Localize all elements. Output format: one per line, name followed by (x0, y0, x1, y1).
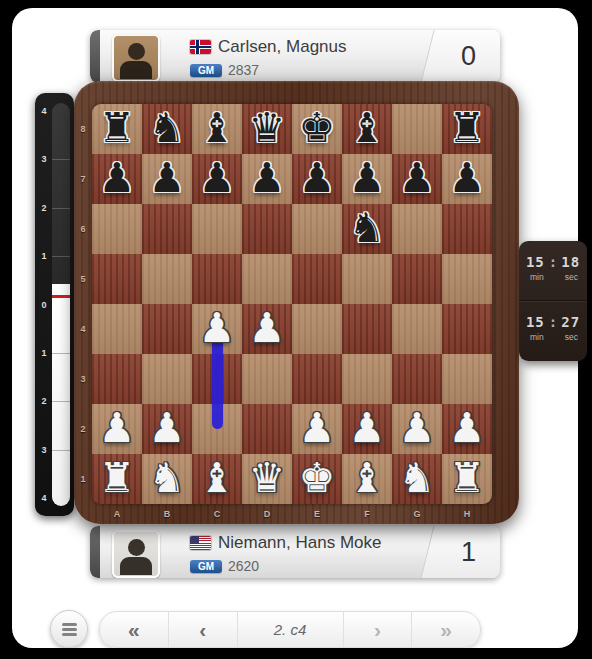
clock-top-seconds: 18 (561, 254, 580, 270)
clock-top-player: 15:18 min sec (519, 241, 587, 300)
rank-label-5: 5 (74, 254, 92, 304)
clock-colon: : (549, 254, 557, 270)
white-knight-piece[interactable]: ♞ (142, 454, 192, 504)
app-window: Carlsen, Magnus GM 2837 0 432101234 8765… (12, 8, 578, 648)
square-a2[interactable]: ♟ (92, 404, 142, 454)
hamburger-icon (62, 633, 77, 636)
file-label-d: D (242, 504, 292, 524)
square-e3[interactable] (292, 354, 342, 404)
square-h4[interactable] (442, 304, 492, 354)
player-info-top: Carlsen, Magnus GM 2837 (190, 35, 347, 80)
square-a1[interactable]: ♜ (92, 454, 142, 504)
square-a5[interactable] (92, 254, 142, 304)
norway-flag-icon (190, 40, 211, 54)
square-a3[interactable] (92, 354, 142, 404)
clock-bottom-player: 15:27 min sec (519, 300, 587, 359)
black-rook-piece[interactable]: ♜ (92, 104, 142, 154)
player-card-bottom[interactable]: Niemann, Hans Moke GM 2620 1 (90, 526, 500, 578)
white-pawn-piece[interactable]: ♟ (442, 404, 492, 454)
player-photo-bottom (112, 530, 160, 578)
black-pawn-piece[interactable]: ♟ (192, 154, 242, 204)
square-c5[interactable] (192, 254, 242, 304)
avatar-torso (120, 557, 152, 575)
rank-labels: 87654321 (74, 104, 92, 504)
black-pawn-piece[interactable]: ♟ (342, 154, 392, 204)
square-g8[interactable] (392, 104, 442, 154)
eval-tick (52, 450, 70, 451)
square-h3[interactable] (442, 354, 492, 404)
eval-scale-2: 2 (35, 203, 53, 213)
square-c8[interactable]: ♝ (192, 104, 242, 154)
square-b7[interactable]: ♟ (142, 154, 192, 204)
seconds-label: sec (565, 332, 578, 342)
white-knight-piece[interactable]: ♞ (392, 454, 442, 504)
square-d1[interactable]: ♛ (242, 454, 292, 504)
last-move-button[interactable]: » (412, 612, 480, 647)
rank-label-6: 6 (74, 204, 92, 254)
eval-scale-0: 4 (35, 106, 53, 116)
board-squares: ♜♞♝♛♚♝♜♟♟♟♟♟♟♟♟♞♟♟♟♟♟♟♟♟♜♞♝♛♚♝♞♜ (92, 104, 492, 504)
file-label-g: G (392, 504, 442, 524)
eval-scale-6: 2 (35, 396, 53, 406)
square-g1[interactable]: ♞ (392, 454, 442, 504)
square-g2[interactable]: ♟ (392, 404, 442, 454)
eval-tick (52, 401, 70, 402)
eval-tick (52, 208, 70, 209)
chess-board: 87654321 ♜♞♝♛♚♝♜♟♟♟♟♟♟♟♟♞♟♟♟♟♟♟♟♟♜♞♝♛♚♝♞… (74, 81, 519, 524)
square-d8[interactable]: ♛ (242, 104, 292, 154)
player-photo-top (112, 34, 160, 82)
square-e1[interactable]: ♚ (292, 454, 342, 504)
white-pawn-piece[interactable]: ♟ (92, 404, 142, 454)
clock-colon: : (549, 314, 557, 330)
square-h8[interactable]: ♜ (442, 104, 492, 154)
black-pawn-piece[interactable]: ♟ (142, 154, 192, 204)
black-pawn-piece[interactable]: ♟ (392, 154, 442, 204)
black-pawn-piece[interactable]: ♟ (292, 154, 342, 204)
square-b1[interactable]: ♞ (142, 454, 192, 504)
black-pawn-piece[interactable]: ♟ (242, 154, 292, 204)
player-rating-top: 2837 (228, 62, 259, 78)
rank-label-4: 4 (74, 304, 92, 354)
square-f1[interactable]: ♝ (342, 454, 392, 504)
square-e8[interactable]: ♚ (292, 104, 342, 154)
clock-bottom-minutes: 15 (526, 314, 545, 330)
square-a7[interactable]: ♟ (92, 154, 142, 204)
player-name-bottom: Niemann, Hans Moke (218, 533, 381, 553)
square-d5[interactable] (242, 254, 292, 304)
current-move-label: 2. c4 (238, 612, 344, 647)
prev-move-button[interactable]: ‹ (169, 612, 238, 647)
square-g4[interactable] (392, 304, 442, 354)
rank-label-2: 2 (74, 404, 92, 454)
square-e4[interactable] (292, 304, 342, 354)
black-bishop-piece[interactable]: ♝ (342, 104, 392, 154)
file-label-b: B (142, 504, 192, 524)
file-label-e: E (292, 504, 342, 524)
rank-label-8: 8 (74, 104, 92, 154)
rank-label-3: 3 (74, 354, 92, 404)
square-d6[interactable] (242, 204, 292, 254)
square-g5[interactable] (392, 254, 442, 304)
square-f5[interactable] (342, 254, 392, 304)
square-c7[interactable]: ♟ (192, 154, 242, 204)
black-queen-piece[interactable]: ♛ (242, 104, 292, 154)
white-pawn-piece[interactable]: ♟ (142, 404, 192, 454)
black-rook-piece[interactable]: ♜ (442, 104, 492, 154)
eval-scale-1: 3 (35, 154, 53, 164)
player-card-accent-top (90, 30, 100, 83)
square-b6[interactable] (142, 204, 192, 254)
evaluation-black-fill (52, 103, 70, 284)
file-label-h: H (442, 504, 492, 524)
square-g3[interactable] (392, 354, 442, 404)
square-h2[interactable]: ♟ (442, 404, 492, 454)
square-e6[interactable] (292, 204, 342, 254)
page-background: Carlsen, Magnus GM 2837 0 432101234 8765… (0, 0, 592, 659)
square-h1[interactable]: ♜ (442, 454, 492, 504)
square-b8[interactable]: ♞ (142, 104, 192, 154)
square-h7[interactable]: ♟ (442, 154, 492, 204)
square-b5[interactable] (142, 254, 192, 304)
square-f8[interactable]: ♝ (342, 104, 392, 154)
eval-scale-8: 4 (35, 493, 53, 503)
player-rating-bottom: 2620 (228, 558, 259, 574)
clock-top-minutes: 15 (526, 254, 545, 270)
menu-button[interactable] (50, 610, 88, 648)
square-f2[interactable]: ♟ (342, 404, 392, 454)
square-e2[interactable]: ♟ (292, 404, 342, 454)
black-knight-piece[interactable]: ♞ (342, 204, 392, 254)
player-name-top: Carlsen, Magnus (218, 37, 347, 57)
square-g6[interactable] (392, 204, 442, 254)
evaluation-white-fill (52, 284, 70, 506)
white-queen-piece[interactable]: ♛ (242, 454, 292, 504)
black-king-piece[interactable]: ♚ (292, 104, 342, 154)
square-f4[interactable] (342, 304, 392, 354)
square-c6[interactable] (192, 204, 242, 254)
player-card-top[interactable]: Carlsen, Magnus GM 2837 0 (90, 30, 500, 83)
square-c4[interactable]: ♟ (192, 304, 242, 354)
game-clock: 15:18 min sec 15:27 min sec (519, 241, 587, 361)
minutes-label: min (530, 272, 544, 282)
white-pawn-piece[interactable]: ♟ (342, 404, 392, 454)
evaluation-zero-line (52, 295, 70, 298)
usa-flag-icon (190, 536, 211, 550)
evaluation-bar: 432101234 (35, 93, 74, 516)
eval-tick (52, 256, 70, 257)
eval-scale-7: 3 (35, 445, 53, 455)
square-a8[interactable]: ♜ (92, 104, 142, 154)
file-label-a: A (92, 504, 142, 524)
rank-label-7: 7 (74, 154, 92, 204)
next-move-button[interactable]: › (344, 612, 413, 647)
square-e7[interactable]: ♟ (292, 154, 342, 204)
avatar-head (128, 539, 145, 556)
eval-tick (52, 353, 70, 354)
file-label-f: F (342, 504, 392, 524)
black-knight-piece[interactable]: ♞ (142, 104, 192, 154)
square-a6[interactable] (92, 204, 142, 254)
player-score-bottom: 1 (461, 526, 476, 578)
square-f6[interactable]: ♞ (342, 204, 392, 254)
white-pawn-piece[interactable]: ♟ (392, 404, 442, 454)
square-d2[interactable] (242, 404, 292, 454)
square-b3[interactable] (142, 354, 192, 404)
white-pawn-piece[interactable]: ♟ (192, 304, 242, 354)
square-b4[interactable] (142, 304, 192, 354)
player-score-top: 0 (461, 30, 476, 83)
eval-scale-4: 0 (35, 300, 53, 310)
white-bishop-piece[interactable]: ♝ (342, 454, 392, 504)
square-h6[interactable] (442, 204, 492, 254)
square-a4[interactable] (92, 304, 142, 354)
square-g7[interactable]: ♟ (392, 154, 442, 204)
white-king-piece[interactable]: ♚ (292, 454, 342, 504)
white-pawn-piece[interactable]: ♟ (242, 304, 292, 354)
eval-scale-3: 1 (35, 251, 53, 261)
evaluation-track (52, 103, 70, 506)
square-e5[interactable] (292, 254, 342, 304)
rank-label-1: 1 (74, 454, 92, 504)
square-f7[interactable]: ♟ (342, 154, 392, 204)
first-move-button[interactable]: « (100, 612, 169, 647)
black-pawn-piece[interactable]: ♟ (92, 154, 142, 204)
minutes-label: min (530, 332, 544, 342)
gm-title-badge-top: GM (190, 64, 222, 77)
eval-scale-5: 1 (35, 348, 53, 358)
eval-tick (52, 159, 70, 160)
black-pawn-piece[interactable]: ♟ (442, 154, 492, 204)
white-bishop-piece[interactable]: ♝ (192, 454, 242, 504)
square-d4[interactable]: ♟ (242, 304, 292, 354)
file-label-c: C (192, 504, 242, 524)
avatar-torso (120, 61, 152, 79)
black-bishop-piece[interactable]: ♝ (192, 104, 242, 154)
white-rook-piece[interactable]: ♜ (92, 454, 142, 504)
square-d7[interactable]: ♟ (242, 154, 292, 204)
white-pawn-piece[interactable]: ♟ (292, 404, 342, 454)
square-b2[interactable]: ♟ (142, 404, 192, 454)
clock-bottom-seconds: 27 (561, 314, 580, 330)
player-info-bottom: Niemann, Hans Moke GM 2620 (190, 531, 381, 576)
avatar-head (128, 43, 145, 60)
file-labels: ABCDEFGH (92, 504, 492, 524)
white-rook-piece[interactable]: ♜ (442, 454, 492, 504)
square-h5[interactable] (442, 254, 492, 304)
move-navigation-bar: « ‹ 2. c4 › » (99, 611, 481, 648)
square-f3[interactable] (342, 354, 392, 404)
gm-title-badge-bottom: GM (190, 560, 222, 573)
evaluation-scale: 432101234 (35, 103, 53, 506)
seconds-label: sec (565, 272, 578, 282)
hamburger-icon (62, 628, 77, 631)
player-card-accent-bottom (90, 526, 100, 578)
hamburger-icon (62, 623, 77, 626)
square-d3[interactable] (242, 354, 292, 404)
square-c1[interactable]: ♝ (192, 454, 242, 504)
